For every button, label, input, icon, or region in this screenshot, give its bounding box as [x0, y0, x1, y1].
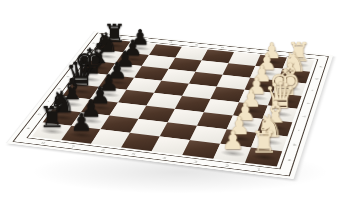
square-a5 — [121, 133, 160, 151]
square-a1: ♜ — [245, 147, 282, 166]
square-d5 — [146, 93, 182, 109]
board-perspective-wrapper: 87654321 87654321 hgfedcba hgfedcba ♜♟♟♜… — [7, 31, 333, 179]
square-e4 — [182, 84, 217, 100]
board-frame-outer-line: ♜♟♟♜♞♟♟♞♝♟♟♝♚♟♟♚♛♟♟♛♝♟♟♝♞♟♟♞♜♟♟♜ — [12, 33, 329, 176]
chess-board: ♜♟♟♜♞♟♟♞♝♟♟♝♚♟♟♚♛♟♟♛♝♟♟♝♞♟♟♞♜♟♟♜ — [32, 39, 314, 167]
chess-set-product-photo: 87654321 87654321 hgfedcba hgfedcba ♜♟♟♜… — [0, 0, 360, 205]
piece-white-rook: ♜ — [242, 127, 286, 157]
vinyl-board-mat: 87654321 87654321 hgfedcba hgfedcba ♜♟♟♜… — [7, 31, 333, 179]
board-frame-inner-line: ♜♟♟♜♞♟♟♞♝♟♟♝♚♟♟♚♛♟♟♛♝♟♟♝♞♟♟♞♜♟♟♜ — [26, 37, 318, 169]
piece-black-pawn: ♟ — [60, 110, 103, 134]
